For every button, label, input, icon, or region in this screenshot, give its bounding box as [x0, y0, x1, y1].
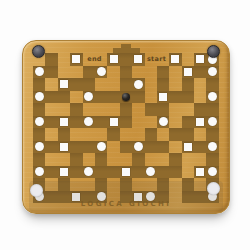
wood-cell [157, 153, 169, 166]
channel-cell [132, 153, 144, 166]
wood-cell [132, 128, 144, 141]
wood-cell [145, 91, 157, 104]
channel-cell [58, 166, 70, 179]
channel-cell [194, 53, 206, 66]
channel-cell [157, 103, 169, 116]
square-trap-hole [60, 118, 68, 126]
start-label: start [142, 53, 171, 66]
wood-cell [58, 53, 70, 66]
wood-cell [107, 141, 119, 154]
channel-cell [182, 116, 194, 129]
wood-cell [169, 78, 181, 91]
channel-cell [120, 103, 132, 116]
channel-cell [206, 128, 218, 141]
channel-cell [169, 128, 181, 141]
wood-cell [45, 128, 57, 141]
channel-cell [206, 103, 218, 116]
wood-cell [182, 166, 194, 179]
magnet-disc-bottom-left [30, 184, 43, 197]
wood-cell [132, 178, 144, 191]
channel-cell [33, 128, 45, 141]
channel-cell [182, 178, 194, 191]
square-trap-hole [60, 168, 68, 176]
channel-cell [182, 91, 194, 104]
round-trap-hole [208, 117, 217, 126]
channel-cell [70, 116, 82, 129]
wood-cell [45, 153, 57, 166]
wood-cell [157, 128, 169, 141]
round-trap-hole [208, 167, 217, 176]
channel-cell [194, 166, 206, 179]
channel-cell [206, 166, 218, 179]
wood-cell [45, 103, 57, 116]
wood-cell [58, 103, 70, 116]
wood-cell [45, 178, 57, 191]
channel-cell [58, 116, 70, 129]
channel-cell [45, 116, 57, 129]
channel-cell [120, 116, 132, 129]
wood-cell [169, 141, 181, 154]
wood-cell [169, 178, 181, 191]
channel-cell [132, 141, 144, 154]
channel-cell [33, 166, 45, 179]
channel-cell [157, 91, 169, 104]
wood-cell [132, 103, 144, 116]
channel-cell [194, 141, 206, 154]
round-trap-hole [35, 67, 44, 76]
round-trap-hole [146, 167, 155, 176]
channel-cell [169, 91, 181, 104]
wood-cell [58, 153, 70, 166]
wood-cell [182, 103, 194, 116]
channel-cell [58, 128, 70, 141]
channel-cell [95, 66, 107, 79]
channel-cell [107, 116, 119, 129]
wood-cell [70, 128, 82, 141]
channel-cell [194, 116, 206, 129]
wood-cell [145, 66, 157, 79]
wood-cell [145, 153, 157, 166]
wood-cell [58, 66, 70, 79]
channel-cell [83, 166, 95, 179]
channel-cell [70, 153, 82, 166]
channel-cell [58, 78, 70, 91]
wood-cell [83, 153, 95, 166]
channel-cell [107, 53, 119, 66]
square-trap-hole [171, 55, 179, 63]
channel-cell [58, 91, 70, 104]
channel-cell [70, 166, 82, 179]
channel-cell [145, 128, 157, 141]
round-trap-hole [208, 92, 217, 101]
wood-cell [169, 116, 181, 129]
round-trap-hole [35, 117, 44, 126]
channel-cell [45, 91, 57, 104]
screw-icon-top-right [207, 45, 220, 58]
channel-cell [157, 178, 169, 191]
channel-cell [33, 141, 45, 154]
channel-cell [95, 166, 107, 179]
square-trap-hole [60, 143, 68, 151]
channel-cell [157, 166, 169, 179]
channel-cell [132, 166, 144, 179]
channel-cell [120, 53, 132, 66]
channel-cell [33, 91, 45, 104]
channel-cell [95, 116, 107, 129]
wood-cell [95, 103, 107, 116]
wood-cell [194, 78, 206, 91]
channel-cell [83, 91, 95, 104]
round-trap-hole [84, 117, 93, 126]
wood-cell [83, 128, 95, 141]
channel-cell [132, 78, 144, 91]
wood-cell [120, 153, 132, 166]
channel-cell [145, 141, 157, 154]
round-trap-hole [35, 92, 44, 101]
wood-cell [145, 78, 157, 91]
wood-cell [95, 128, 107, 141]
channel-cell [157, 66, 169, 79]
brand-logo-text: LOGICA GIOCHI [23, 198, 229, 210]
channel-cell [83, 141, 95, 154]
channel-cell [70, 78, 82, 91]
channel-cell [45, 53, 57, 66]
wood-cell [194, 128, 206, 141]
channel-cell [120, 78, 132, 91]
channel-cell [120, 66, 132, 79]
round-trap-hole [208, 142, 217, 151]
wood-cell [45, 78, 57, 91]
wood-cell [145, 116, 157, 129]
round-trap-hole [97, 142, 106, 151]
wood-cell [107, 103, 119, 116]
channel-cell [120, 178, 132, 191]
channel-cell [169, 166, 181, 179]
channel-cell [206, 116, 218, 129]
round-trap-hole [208, 67, 217, 76]
channel-cell [58, 141, 70, 154]
channel-cell [33, 78, 45, 91]
square-trap-hole [196, 118, 204, 126]
round-trap-hole [134, 142, 143, 151]
channel-cell [169, 53, 181, 66]
square-trap-hole [110, 55, 118, 63]
wood-cell [70, 91, 82, 104]
channel-cell [95, 141, 107, 154]
wood-cell [70, 66, 82, 79]
wood-cell [194, 178, 206, 191]
wood-cell [107, 66, 119, 79]
maze-grid [33, 53, 219, 203]
wood-cell [132, 66, 144, 79]
channel-cell [95, 178, 107, 191]
channel-cell [182, 78, 194, 91]
channel-cell [206, 91, 218, 104]
channel-cell [70, 141, 82, 154]
channel-cell [182, 66, 194, 79]
channel-cell [145, 103, 157, 116]
channel-cell [58, 178, 70, 191]
wood-cell [107, 153, 119, 166]
channel-cell [206, 78, 218, 91]
wood-cell [107, 78, 119, 91]
round-trap-hole [134, 80, 143, 89]
round-trap-hole [84, 167, 93, 176]
channel-cell [206, 141, 218, 154]
square-trap-hole [60, 80, 68, 88]
wood-cell [83, 103, 95, 116]
wood-cell [95, 78, 107, 91]
square-trap-hole [184, 143, 192, 151]
wood-cell [145, 178, 157, 191]
channel-cell [120, 91, 132, 104]
wood-cell [182, 153, 194, 166]
photo-stage: end start LOGICA GIOCHI [0, 0, 250, 250]
end-label: end [80, 53, 109, 66]
channel-cell [194, 103, 206, 116]
channel-cell [107, 91, 119, 104]
square-trap-hole [110, 118, 118, 126]
round-trap-hole [35, 142, 44, 151]
channel-cell [157, 141, 169, 154]
wood-cell [70, 178, 82, 191]
channel-cell [83, 78, 95, 91]
channel-cell [83, 66, 95, 79]
round-trap-hole [84, 92, 93, 101]
channel-cell [33, 66, 45, 79]
channel-cell [33, 153, 45, 166]
channel-cell [182, 128, 194, 141]
channel-cell [194, 66, 206, 79]
square-trap-hole [159, 93, 167, 101]
channel-cell [70, 103, 82, 116]
channel-cell [206, 66, 218, 79]
channel-cell [83, 116, 95, 129]
square-trap-hole [196, 168, 204, 176]
wood-cell [169, 66, 181, 79]
maze-board: end start LOGICA GIOCHI [22, 40, 230, 214]
channel-cell [33, 103, 45, 116]
round-trap-hole [159, 117, 168, 126]
channel-cell [132, 91, 144, 104]
wood-cell [83, 178, 95, 191]
channel-cell [95, 153, 107, 166]
channel-cell [182, 141, 194, 154]
channel-cell [169, 153, 181, 166]
wood-cell [107, 178, 119, 191]
square-trap-hole [196, 55, 204, 63]
wood-cell [182, 53, 194, 66]
channel-cell [206, 153, 218, 166]
magnet-disc-bottom-right [207, 182, 220, 195]
channel-cell [120, 141, 132, 154]
channel-cell [33, 116, 45, 129]
wood-cell [194, 153, 206, 166]
wood-cell [120, 128, 132, 141]
steel-ball[interactable] [122, 93, 130, 101]
channel-cell [45, 66, 57, 79]
channel-cell [145, 166, 157, 179]
channel-cell [107, 128, 119, 141]
square-trap-hole [122, 168, 130, 176]
round-trap-hole [35, 167, 44, 176]
channel-cell [45, 166, 57, 179]
channel-cell [95, 91, 107, 104]
channel-cell [157, 116, 169, 129]
wood-cell [169, 103, 181, 116]
channel-cell [107, 166, 119, 179]
channel-cell [157, 78, 169, 91]
channel-cell [120, 166, 132, 179]
screw-icon-top-left [32, 45, 45, 58]
wood-cell [194, 91, 206, 104]
wood-cell [132, 116, 144, 129]
round-trap-hole [97, 67, 106, 76]
square-trap-hole [184, 68, 192, 76]
channel-cell [45, 141, 57, 154]
